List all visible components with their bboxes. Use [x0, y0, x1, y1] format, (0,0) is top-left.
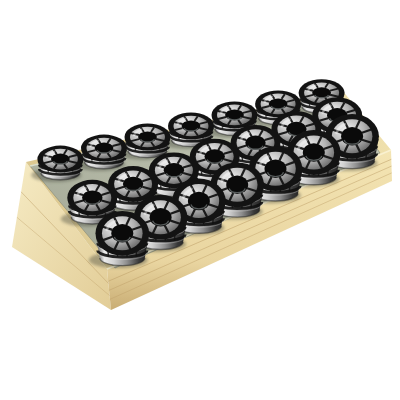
collet-r1-c1 — [31, 146, 83, 182]
collet-tray-scene — [0, 0, 400, 400]
collet-bore-hole — [150, 208, 172, 226]
collet-bore-hole — [205, 149, 225, 164]
collet-bore-hole — [188, 192, 210, 210]
collet-bore-hole — [138, 132, 157, 143]
collet-bore-hole — [95, 143, 114, 154]
collet-bore-hole — [265, 160, 287, 178]
collet-bore-hole — [111, 224, 133, 242]
collet-bore-hole — [51, 154, 70, 165]
collet-bore-hole — [312, 87, 331, 98]
product-photo-background — [0, 0, 400, 400]
collet-bore-hole — [123, 177, 143, 192]
collet-bore-hole — [245, 136, 265, 151]
collet-bore-hole — [225, 109, 244, 120]
collet-bore-hole — [269, 98, 288, 109]
collet-bore-hole — [303, 143, 325, 161]
collet-bore-hole — [182, 121, 201, 132]
collet-bore-hole — [226, 176, 248, 194]
collet-bore-hole — [341, 127, 363, 145]
collet-bore-hole — [164, 163, 184, 178]
collet-bore-hole — [82, 190, 102, 205]
